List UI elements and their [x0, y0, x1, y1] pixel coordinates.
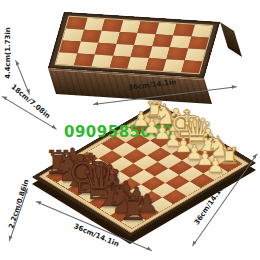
closed-board-right-face [220, 22, 242, 57]
board-square [184, 48, 205, 61]
dimension-label-closed-height: 4.4cm(1.73in [4, 24, 12, 82]
board-square [188, 37, 209, 50]
closed-board-lid [48, 12, 220, 78]
closed-board-checker-grid [56, 17, 213, 74]
board-square [191, 25, 212, 38]
board-square [181, 60, 202, 73]
watermark-phone-number: 0909585000 [64, 123, 173, 141]
product-photo-chess-set: 0909585000 ♜♞♝♚♛♝♞♜♟♟♟♟♟♟♟♟♟♟♟♟♟♟♟♟♜♞♝♚♛… [0, 0, 260, 260]
dimension-label-open-thickness: 2.2cm/0.86in [6, 175, 32, 233]
